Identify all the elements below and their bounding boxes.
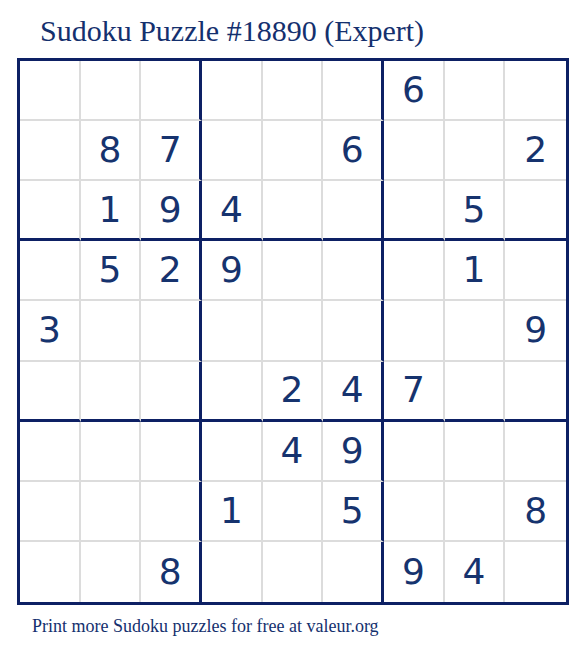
cell-r6c1 <box>20 362 81 422</box>
cell-r1c6 <box>323 61 384 121</box>
cell-r5c5 <box>263 301 324 361</box>
cell-r1c9 <box>505 61 566 121</box>
cell-r5c3 <box>141 301 202 361</box>
cell-r9c8: 4 <box>445 542 506 602</box>
page-title: Sudoku Puzzle #18890 (Expert) <box>40 14 424 48</box>
cell-r4c1 <box>20 241 81 301</box>
cell-r9c2 <box>81 542 142 602</box>
cell-r3c4: 4 <box>202 181 263 241</box>
cell-r6c6: 4 <box>323 362 384 422</box>
cell-r2c9: 2 <box>505 121 566 181</box>
cell-r7c2 <box>81 422 142 482</box>
cell-r6c7: 7 <box>384 362 445 422</box>
cell-r3c8: 5 <box>445 181 506 241</box>
cell-r8c9: 8 <box>505 482 566 542</box>
cell-r6c8 <box>445 362 506 422</box>
cell-r1c4 <box>202 61 263 121</box>
cell-r1c1 <box>20 61 81 121</box>
cell-r1c7: 6 <box>384 61 445 121</box>
cell-r6c2 <box>81 362 142 422</box>
sudoku-board: 68762194552913924749158894 <box>17 58 569 605</box>
cell-r7c5: 4 <box>263 422 324 482</box>
cell-r8c3 <box>141 482 202 542</box>
footer-text: Print more Sudoku puzzles for free at va… <box>32 616 379 637</box>
cell-r8c1 <box>20 482 81 542</box>
cell-r4c3: 2 <box>141 241 202 301</box>
cell-r2c5 <box>263 121 324 181</box>
cell-r5c6 <box>323 301 384 361</box>
cell-r7c1 <box>20 422 81 482</box>
cell-r6c4 <box>202 362 263 422</box>
cell-r9c4 <box>202 542 263 602</box>
cell-r9c7: 9 <box>384 542 445 602</box>
cell-r3c3: 9 <box>141 181 202 241</box>
cell-r3c7 <box>384 181 445 241</box>
cell-r6c3 <box>141 362 202 422</box>
cell-r4c6 <box>323 241 384 301</box>
cell-r7c3 <box>141 422 202 482</box>
cell-r9c5 <box>263 542 324 602</box>
cell-r7c9 <box>505 422 566 482</box>
cell-r4c4: 9 <box>202 241 263 301</box>
cell-r2c4 <box>202 121 263 181</box>
cell-r1c3 <box>141 61 202 121</box>
cell-r2c8 <box>445 121 506 181</box>
cell-r5c7 <box>384 301 445 361</box>
cell-r1c2 <box>81 61 142 121</box>
cell-r6c9 <box>505 362 566 422</box>
cell-r4c8: 1 <box>445 241 506 301</box>
cell-r4c7 <box>384 241 445 301</box>
cell-r7c8 <box>445 422 506 482</box>
cell-r2c7 <box>384 121 445 181</box>
cell-r8c7 <box>384 482 445 542</box>
cell-r3c9 <box>505 181 566 241</box>
cell-r9c9 <box>505 542 566 602</box>
cell-r7c4 <box>202 422 263 482</box>
cell-r8c6: 5 <box>323 482 384 542</box>
cell-r2c3: 7 <box>141 121 202 181</box>
cell-r8c5 <box>263 482 324 542</box>
cell-r8c2 <box>81 482 142 542</box>
cell-r9c1 <box>20 542 81 602</box>
cell-r3c1 <box>20 181 81 241</box>
cell-r7c7 <box>384 422 445 482</box>
cell-r1c5 <box>263 61 324 121</box>
cell-r3c2: 1 <box>81 181 142 241</box>
cell-r2c2: 8 <box>81 121 142 181</box>
cell-r1c8 <box>445 61 506 121</box>
cell-r4c9 <box>505 241 566 301</box>
cell-r8c4: 1 <box>202 482 263 542</box>
page: Sudoku Puzzle #18890 (Expert) 6876219455… <box>0 0 580 651</box>
cell-r7c6: 9 <box>323 422 384 482</box>
cell-r8c8 <box>445 482 506 542</box>
cell-r9c3: 8 <box>141 542 202 602</box>
cell-r3c5 <box>263 181 324 241</box>
cell-r6c5: 2 <box>263 362 324 422</box>
cell-r3c6 <box>323 181 384 241</box>
cell-r9c6 <box>323 542 384 602</box>
cell-r4c2: 5 <box>81 241 142 301</box>
cell-r4c5 <box>263 241 324 301</box>
cell-r5c4 <box>202 301 263 361</box>
cell-r5c8 <box>445 301 506 361</box>
cell-r5c2 <box>81 301 142 361</box>
cell-r2c1 <box>20 121 81 181</box>
cell-r5c9: 9 <box>505 301 566 361</box>
cell-r2c6: 6 <box>323 121 384 181</box>
cell-r5c1: 3 <box>20 301 81 361</box>
